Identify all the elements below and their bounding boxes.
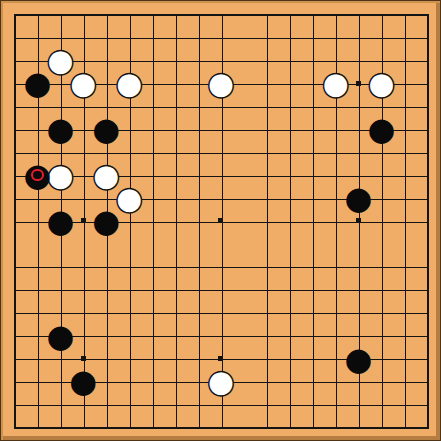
black-stone[interactable]: ● <box>49 324 72 347</box>
star-point <box>81 356 86 361</box>
star-point <box>356 218 361 223</box>
white-stone[interactable]: ● <box>324 72 347 95</box>
black-stone[interactable]: ● <box>49 209 72 232</box>
white-stone[interactable]: ● <box>118 72 141 95</box>
white-stone[interactable]: ● <box>209 72 232 95</box>
go-board[interactable]: ●●●●●●●●●●●●●●●●●●●●● <box>0 0 441 441</box>
white-stone[interactable]: ● <box>370 72 393 95</box>
white-stone[interactable]: ● <box>49 164 72 187</box>
star-point <box>81 218 86 223</box>
white-stone[interactable]: ● <box>118 187 141 210</box>
last-move-circle-marker <box>31 169 44 182</box>
black-stone[interactable]: ● <box>49 118 72 141</box>
star-point <box>218 218 223 223</box>
black-stone[interactable]: ● <box>72 370 95 393</box>
white-stone[interactable]: ● <box>209 370 232 393</box>
black-stone[interactable]: ● <box>347 347 370 370</box>
black-stone[interactable]: ● <box>26 164 49 187</box>
star-point <box>218 356 223 361</box>
black-stone[interactable]: ● <box>95 209 118 232</box>
board-intersections[interactable]: ●●●●●●●●●●●●●●●●●●●●● <box>3 3 439 439</box>
black-stone[interactable]: ● <box>370 118 393 141</box>
black-stone[interactable]: ● <box>95 118 118 141</box>
star-point <box>356 81 361 86</box>
white-stone[interactable]: ● <box>72 72 95 95</box>
black-stone[interactable]: ● <box>347 187 370 210</box>
black-stone[interactable]: ● <box>26 72 49 95</box>
